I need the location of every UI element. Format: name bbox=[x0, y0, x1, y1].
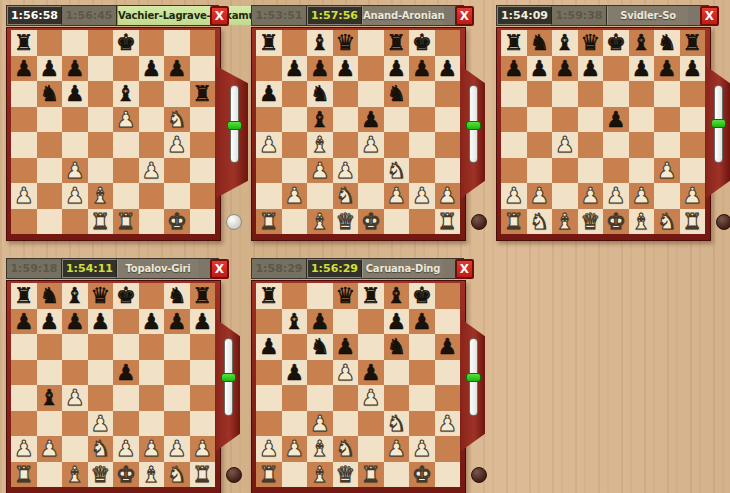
white-pawn-icon[interactable]: ♟ bbox=[335, 158, 355, 183]
black-bishop-icon[interactable]: ♝ bbox=[284, 309, 304, 334]
square-b2[interactable]: ♟ bbox=[282, 183, 308, 209]
square-f5[interactable] bbox=[139, 107, 165, 133]
white-king-icon[interactable]: ♚ bbox=[412, 462, 432, 487]
black-bishop-icon[interactable]: ♝ bbox=[116, 81, 136, 106]
white-pawn-icon[interactable]: ♟ bbox=[65, 385, 85, 410]
close-button[interactable]: X bbox=[455, 259, 474, 279]
square-d7[interactable] bbox=[333, 309, 359, 335]
square-f6[interactable]: ♞ bbox=[384, 81, 410, 107]
black-knight-icon[interactable]: ♞ bbox=[310, 81, 330, 106]
square-c7[interactable]: ♟ bbox=[307, 56, 333, 82]
white-pawn-icon[interactable]: ♟ bbox=[606, 183, 626, 208]
white-bishop-icon[interactable]: ♝ bbox=[310, 462, 330, 487]
square-a7[interactable]: ♟ bbox=[11, 309, 37, 335]
square-d6[interactable] bbox=[578, 81, 604, 107]
black-pawn-icon[interactable]: ♟ bbox=[284, 360, 304, 385]
black-queen-icon[interactable]: ♛ bbox=[580, 30, 600, 55]
square-b7[interactable]: ♟ bbox=[282, 56, 308, 82]
white-pawn-icon[interactable]: ♟ bbox=[580, 183, 600, 208]
square-b8[interactable]: ♞ bbox=[37, 283, 63, 309]
white-pawn-icon[interactable]: ♟ bbox=[386, 436, 406, 461]
square-a7[interactable]: ♟ bbox=[501, 56, 527, 82]
square-e6[interactable]: ♝ bbox=[113, 81, 139, 107]
square-c6[interactable] bbox=[552, 81, 578, 107]
square-f8[interactable] bbox=[139, 283, 165, 309]
black-pawn-icon[interactable]: ♟ bbox=[284, 56, 304, 81]
black-pawn-icon[interactable]: ♟ bbox=[90, 309, 110, 334]
square-c5[interactable] bbox=[552, 107, 578, 133]
square-g8[interactable] bbox=[164, 30, 190, 56]
square-d8[interactable]: ♛ bbox=[333, 30, 359, 56]
white-knight-icon[interactable]: ♞ bbox=[335, 436, 355, 461]
white-pawn-icon[interactable]: ♟ bbox=[39, 436, 59, 461]
square-a8[interactable]: ♜ bbox=[256, 283, 282, 309]
square-g4[interactable] bbox=[164, 385, 190, 411]
square-h8[interactable]: ♜ bbox=[680, 30, 706, 56]
black-bishop-icon[interactable]: ♝ bbox=[555, 30, 575, 55]
square-b6[interactable]: ♞ bbox=[37, 81, 63, 107]
square-g7[interactable]: ♟ bbox=[164, 309, 190, 335]
square-c7[interactable]: ♟ bbox=[307, 309, 333, 335]
square-d7[interactable]: ♟ bbox=[88, 309, 114, 335]
black-pawn-icon[interactable]: ♟ bbox=[504, 56, 524, 81]
square-g2[interactable]: ♟ bbox=[164, 436, 190, 462]
square-h2[interactable]: ♟ bbox=[680, 183, 706, 209]
white-knight-icon[interactable]: ♞ bbox=[167, 107, 187, 132]
square-h3[interactable] bbox=[190, 411, 216, 437]
square-f4[interactable] bbox=[139, 132, 165, 158]
black-bishop-icon[interactable]: ♝ bbox=[39, 385, 59, 410]
square-b7[interactable]: ♟ bbox=[527, 56, 553, 82]
square-b1[interactable] bbox=[282, 462, 308, 488]
square-a2[interactable] bbox=[256, 183, 282, 209]
square-a7[interactable]: ♟ bbox=[11, 56, 37, 82]
square-a1[interactable] bbox=[11, 209, 37, 235]
black-pawn-icon[interactable]: ♟ bbox=[529, 56, 549, 81]
square-d4[interactable] bbox=[333, 132, 359, 158]
square-e5[interactable]: ♟ bbox=[603, 107, 629, 133]
square-h1[interactable] bbox=[190, 209, 216, 235]
square-h4[interactable] bbox=[680, 132, 706, 158]
square-g7[interactable]: ♟ bbox=[409, 56, 435, 82]
square-g1[interactable]: ♞ bbox=[164, 462, 190, 488]
square-h6[interactable]: ♜ bbox=[190, 81, 216, 107]
square-h7[interactable] bbox=[190, 56, 216, 82]
square-g3[interactable] bbox=[409, 158, 435, 184]
black-king-icon[interactable]: ♚ bbox=[412, 283, 432, 308]
square-e4[interactable] bbox=[113, 385, 139, 411]
square-c2[interactable] bbox=[552, 183, 578, 209]
square-c6[interactable] bbox=[62, 334, 88, 360]
black-knight-icon[interactable]: ♞ bbox=[386, 334, 406, 359]
black-knight-icon[interactable]: ♞ bbox=[657, 30, 677, 55]
square-g3[interactable]: ♟ bbox=[654, 158, 680, 184]
square-g7[interactable]: ♟ bbox=[409, 309, 435, 335]
black-rook-icon[interactable]: ♜ bbox=[682, 30, 702, 55]
black-pawn-icon[interactable]: ♟ bbox=[39, 56, 59, 81]
black-pawn-icon[interactable]: ♟ bbox=[141, 56, 161, 81]
square-c8[interactable]: ♝ bbox=[307, 30, 333, 56]
square-a5[interactable] bbox=[11, 107, 37, 133]
square-e4[interactable]: ♟ bbox=[358, 385, 384, 411]
black-pawn-icon[interactable]: ♟ bbox=[657, 56, 677, 81]
black-rook-icon[interactable]: ♜ bbox=[259, 30, 279, 55]
square-b4[interactable] bbox=[37, 132, 63, 158]
black-pawn-icon[interactable]: ♟ bbox=[335, 56, 355, 81]
square-a8[interactable]: ♜ bbox=[11, 30, 37, 56]
eval-slider-track[interactable] bbox=[469, 338, 478, 416]
square-a4[interactable] bbox=[501, 132, 527, 158]
square-h3[interactable] bbox=[680, 158, 706, 184]
square-f5[interactable] bbox=[139, 360, 165, 386]
black-pawn-icon[interactable]: ♟ bbox=[437, 56, 457, 81]
square-a3[interactable] bbox=[11, 411, 37, 437]
white-pawn-icon[interactable]: ♟ bbox=[310, 411, 330, 436]
square-a3[interactable] bbox=[11, 158, 37, 184]
square-e2[interactable] bbox=[358, 183, 384, 209]
black-rook-icon[interactable]: ♜ bbox=[192, 81, 212, 106]
square-e3[interactable] bbox=[603, 158, 629, 184]
square-b3[interactable] bbox=[282, 158, 308, 184]
square-h5[interactable] bbox=[190, 107, 216, 133]
square-d2[interactable]: ♟ bbox=[578, 183, 604, 209]
square-d1[interactable]: ♛ bbox=[333, 209, 359, 235]
black-pawn-icon[interactable]: ♟ bbox=[14, 309, 34, 334]
square-c3[interactable] bbox=[62, 411, 88, 437]
white-pawn-icon[interactable]: ♟ bbox=[192, 436, 212, 461]
square-f2[interactable]: ♟ bbox=[384, 183, 410, 209]
square-a7[interactable] bbox=[256, 309, 282, 335]
white-pawn-icon[interactable]: ♟ bbox=[167, 132, 187, 157]
square-b2[interactable]: ♟ bbox=[37, 436, 63, 462]
square-f6[interactable]: ♞ bbox=[384, 334, 410, 360]
square-f3[interactable] bbox=[139, 411, 165, 437]
square-h2[interactable] bbox=[435, 436, 461, 462]
black-pawn-icon[interactable]: ♟ bbox=[192, 309, 212, 334]
white-knight-icon[interactable]: ♞ bbox=[529, 209, 549, 234]
square-e2[interactable] bbox=[358, 436, 384, 462]
square-d4[interactable] bbox=[578, 132, 604, 158]
square-f8[interactable] bbox=[139, 30, 165, 56]
square-f8[interactable]: ♝ bbox=[629, 30, 655, 56]
square-c3[interactable]: ♟ bbox=[307, 158, 333, 184]
white-pawn-icon[interactable]: ♟ bbox=[116, 436, 136, 461]
white-bishop-icon[interactable]: ♝ bbox=[65, 462, 85, 487]
square-d6[interactable] bbox=[333, 81, 359, 107]
square-c5[interactable] bbox=[62, 360, 88, 386]
square-c7[interactable]: ♟ bbox=[552, 56, 578, 82]
white-rook-icon[interactable]: ♜ bbox=[14, 462, 34, 487]
black-pawn-icon[interactable]: ♟ bbox=[555, 56, 575, 81]
black-rook-icon[interactable]: ♜ bbox=[504, 30, 524, 55]
white-rook-icon[interactable]: ♜ bbox=[361, 462, 381, 487]
square-h6[interactable] bbox=[680, 81, 706, 107]
square-d8[interactable]: ♛ bbox=[333, 283, 359, 309]
white-pawn-icon[interactable]: ♟ bbox=[90, 411, 110, 436]
square-d8[interactable]: ♛ bbox=[88, 283, 114, 309]
white-pawn-icon[interactable]: ♟ bbox=[437, 411, 457, 436]
square-h4[interactable] bbox=[190, 385, 216, 411]
square-a4[interactable] bbox=[256, 385, 282, 411]
square-a5[interactable] bbox=[11, 360, 37, 386]
square-h7[interactable]: ♟ bbox=[435, 56, 461, 82]
square-a6[interactable] bbox=[501, 81, 527, 107]
black-bishop-icon[interactable]: ♝ bbox=[386, 283, 406, 308]
black-bishop-icon[interactable]: ♝ bbox=[65, 283, 85, 308]
square-e2[interactable]: ♟ bbox=[113, 436, 139, 462]
square-a5[interactable] bbox=[256, 360, 282, 386]
square-e6[interactable] bbox=[358, 334, 384, 360]
white-king-icon[interactable]: ♚ bbox=[116, 462, 136, 487]
square-e2[interactable] bbox=[113, 183, 139, 209]
white-bishop-icon[interactable]: ♝ bbox=[631, 209, 651, 234]
square-c4[interactable]: ♝ bbox=[307, 132, 333, 158]
square-b4[interactable] bbox=[282, 132, 308, 158]
square-a4[interactable]: ♟ bbox=[256, 132, 282, 158]
white-pawn-icon[interactable]: ♟ bbox=[529, 183, 549, 208]
square-f2[interactable]: ♟ bbox=[384, 436, 410, 462]
black-pawn-icon[interactable]: ♟ bbox=[259, 334, 279, 359]
board-title[interactable]: Svidler-So bbox=[607, 6, 688, 25]
white-pawn-icon[interactable]: ♟ bbox=[386, 183, 406, 208]
square-a4[interactable] bbox=[11, 132, 37, 158]
black-pawn-icon[interactable]: ♟ bbox=[682, 56, 702, 81]
white-knight-icon[interactable]: ♞ bbox=[657, 209, 677, 234]
square-g6[interactable] bbox=[164, 334, 190, 360]
square-e7[interactable] bbox=[603, 56, 629, 82]
square-d6[interactable] bbox=[88, 334, 114, 360]
square-h1[interactable]: ♜ bbox=[680, 209, 706, 235]
black-pawn-icon[interactable]: ♟ bbox=[412, 309, 432, 334]
board-title[interactable]: Anand-Aronian bbox=[362, 6, 444, 25]
white-pawn-icon[interactable]: ♟ bbox=[259, 436, 279, 461]
square-f7[interactable]: ♟ bbox=[384, 309, 410, 335]
white-pawn-icon[interactable]: ♟ bbox=[631, 183, 651, 208]
square-a2[interactable]: ♟ bbox=[501, 183, 527, 209]
close-button[interactable]: X bbox=[700, 6, 719, 26]
square-g5[interactable] bbox=[409, 360, 435, 386]
square-d8[interactable]: ♛ bbox=[578, 30, 604, 56]
square-c3[interactable]: ♟ bbox=[62, 158, 88, 184]
white-rook-icon[interactable]: ♜ bbox=[116, 209, 136, 234]
white-pawn-icon[interactable]: ♟ bbox=[504, 183, 524, 208]
square-d5[interactable] bbox=[333, 107, 359, 133]
square-c8[interactable]: ♝ bbox=[552, 30, 578, 56]
square-e3[interactable] bbox=[113, 158, 139, 184]
square-d6[interactable] bbox=[88, 81, 114, 107]
square-d7[interactable]: ♟ bbox=[578, 56, 604, 82]
square-b6[interactable] bbox=[282, 334, 308, 360]
square-d2[interactable]: ♝ bbox=[88, 183, 114, 209]
square-c3[interactable] bbox=[552, 158, 578, 184]
square-d5[interactable] bbox=[88, 107, 114, 133]
square-a8[interactable]: ♜ bbox=[11, 283, 37, 309]
square-d6[interactable]: ♟ bbox=[333, 334, 359, 360]
black-pawn-icon[interactable]: ♟ bbox=[631, 56, 651, 81]
eval-slider-track[interactable] bbox=[714, 85, 723, 163]
square-b6[interactable] bbox=[527, 81, 553, 107]
black-pawn-icon[interactable]: ♟ bbox=[65, 56, 85, 81]
black-pawn-icon[interactable]: ♟ bbox=[65, 81, 85, 106]
square-h3[interactable] bbox=[435, 158, 461, 184]
black-pawn-icon[interactable]: ♟ bbox=[335, 334, 355, 359]
white-pawn-icon[interactable]: ♟ bbox=[65, 158, 85, 183]
black-pawn-icon[interactable]: ♟ bbox=[412, 56, 432, 81]
square-f1[interactable] bbox=[384, 462, 410, 488]
square-a6[interactable]: ♟ bbox=[256, 334, 282, 360]
square-f6[interactable] bbox=[629, 81, 655, 107]
close-button[interactable]: X bbox=[455, 6, 474, 26]
square-e4[interactable] bbox=[603, 132, 629, 158]
square-g5[interactable] bbox=[164, 360, 190, 386]
white-pawn-icon[interactable]: ♟ bbox=[412, 183, 432, 208]
black-pawn-icon[interactable]: ♟ bbox=[310, 56, 330, 81]
square-b8[interactable] bbox=[282, 30, 308, 56]
square-b7[interactable]: ♟ bbox=[37, 309, 63, 335]
square-g3[interactable] bbox=[164, 411, 190, 437]
black-pawn-icon[interactable]: ♟ bbox=[310, 309, 330, 334]
black-pawn-icon[interactable]: ♟ bbox=[167, 56, 187, 81]
board-title[interactable]: Caruana-Ding bbox=[362, 259, 443, 278]
black-pawn-icon[interactable]: ♟ bbox=[580, 56, 600, 81]
white-rook-icon[interactable]: ♜ bbox=[90, 209, 110, 234]
square-f3[interactable]: ♞ bbox=[384, 158, 410, 184]
square-f5[interactable] bbox=[384, 360, 410, 386]
white-pawn-icon[interactable]: ♟ bbox=[141, 436, 161, 461]
square-g2[interactable] bbox=[164, 183, 190, 209]
square-d4[interactable] bbox=[333, 385, 359, 411]
square-e8[interactable]: ♚ bbox=[113, 283, 139, 309]
eval-slider-track[interactable] bbox=[224, 338, 233, 416]
white-knight-icon[interactable]: ♞ bbox=[167, 462, 187, 487]
square-a1[interactable]: ♜ bbox=[256, 462, 282, 488]
square-b1[interactable] bbox=[37, 462, 63, 488]
square-c1[interactable]: ♝ bbox=[307, 209, 333, 235]
square-f8[interactable]: ♜ bbox=[384, 30, 410, 56]
black-queen-icon[interactable]: ♛ bbox=[335, 30, 355, 55]
eval-slider-handle[interactable] bbox=[466, 121, 481, 130]
square-f7[interactable]: ♟ bbox=[629, 56, 655, 82]
square-b2[interactable]: ♟ bbox=[527, 183, 553, 209]
square-e7[interactable] bbox=[358, 56, 384, 82]
square-f7[interactable]: ♟ bbox=[139, 309, 165, 335]
square-c5[interactable] bbox=[62, 107, 88, 133]
square-c3[interactable]: ♟ bbox=[307, 411, 333, 437]
black-pawn-icon[interactable]: ♟ bbox=[437, 334, 457, 359]
square-f7[interactable]: ♟ bbox=[384, 56, 410, 82]
square-g4[interactable]: ♟ bbox=[164, 132, 190, 158]
black-knight-icon[interactable]: ♞ bbox=[167, 283, 187, 308]
square-f4[interactable] bbox=[139, 385, 165, 411]
square-d1[interactable]: ♜ bbox=[88, 209, 114, 235]
square-b1[interactable] bbox=[282, 209, 308, 235]
white-bishop-icon[interactable]: ♝ bbox=[310, 209, 330, 234]
white-bishop-icon[interactable]: ♝ bbox=[310, 132, 330, 157]
square-b2[interactable] bbox=[37, 183, 63, 209]
square-g8[interactable]: ♚ bbox=[409, 283, 435, 309]
square-d3[interactable]: ♟ bbox=[333, 158, 359, 184]
white-pawn-icon[interactable]: ♟ bbox=[141, 158, 161, 183]
square-c2[interactable] bbox=[62, 436, 88, 462]
square-f3[interactable] bbox=[629, 158, 655, 184]
black-pawn-icon[interactable]: ♟ bbox=[386, 309, 406, 334]
square-c7[interactable]: ♟ bbox=[62, 309, 88, 335]
square-h5[interactable] bbox=[435, 360, 461, 386]
square-b7[interactable]: ♝ bbox=[282, 309, 308, 335]
square-b6[interactable] bbox=[37, 334, 63, 360]
black-king-icon[interactable]: ♚ bbox=[116, 283, 136, 308]
eval-slider-handle[interactable] bbox=[466, 373, 481, 382]
square-h1[interactable]: ♜ bbox=[435, 209, 461, 235]
black-bishop-icon[interactable]: ♝ bbox=[310, 107, 330, 132]
square-d1[interactable]: ♛ bbox=[578, 209, 604, 235]
square-c2[interactable] bbox=[307, 183, 333, 209]
square-g8[interactable]: ♚ bbox=[409, 30, 435, 56]
white-pawn-icon[interactable]: ♟ bbox=[437, 183, 457, 208]
square-b5[interactable] bbox=[37, 107, 63, 133]
square-b4[interactable]: ♝ bbox=[37, 385, 63, 411]
square-c6[interactable]: ♞ bbox=[307, 81, 333, 107]
square-e2[interactable]: ♟ bbox=[603, 183, 629, 209]
black-pawn-icon[interactable]: ♟ bbox=[386, 56, 406, 81]
square-c4[interactable]: ♟ bbox=[552, 132, 578, 158]
eval-slider-track[interactable] bbox=[230, 85, 239, 163]
square-e4[interactable]: ♟ bbox=[358, 132, 384, 158]
square-d7[interactable] bbox=[88, 56, 114, 82]
square-c5[interactable] bbox=[307, 360, 333, 386]
square-b5[interactable] bbox=[282, 107, 308, 133]
square-a1[interactable]: ♜ bbox=[256, 209, 282, 235]
white-queen-icon[interactable]: ♛ bbox=[90, 462, 110, 487]
black-knight-icon[interactable]: ♞ bbox=[529, 30, 549, 55]
square-c8[interactable] bbox=[307, 283, 333, 309]
square-f8[interactable]: ♝ bbox=[384, 283, 410, 309]
white-pawn-icon[interactable]: ♟ bbox=[657, 158, 677, 183]
eval-slider-track[interactable] bbox=[469, 85, 478, 163]
white-queen-icon[interactable]: ♛ bbox=[580, 209, 600, 234]
square-b4[interactable] bbox=[282, 385, 308, 411]
white-rook-icon[interactable]: ♜ bbox=[682, 209, 702, 234]
square-g4[interactable] bbox=[654, 132, 680, 158]
square-e1[interactable]: ♚ bbox=[113, 462, 139, 488]
square-g3[interactable] bbox=[409, 411, 435, 437]
black-rook-icon[interactable]: ♜ bbox=[386, 30, 406, 55]
square-e6[interactable] bbox=[358, 81, 384, 107]
square-d1[interactable]: ♛ bbox=[333, 462, 359, 488]
white-pawn-icon[interactable]: ♟ bbox=[284, 183, 304, 208]
white-pawn-icon[interactable]: ♟ bbox=[555, 132, 575, 157]
square-f4[interactable] bbox=[384, 385, 410, 411]
black-rook-icon[interactable]: ♜ bbox=[361, 283, 381, 308]
square-c1[interactable]: ♝ bbox=[307, 462, 333, 488]
square-b3[interactable] bbox=[527, 158, 553, 184]
square-e1[interactable]: ♜ bbox=[358, 462, 384, 488]
square-h6[interactable]: ♟ bbox=[435, 334, 461, 360]
square-h1[interactable]: ♜ bbox=[190, 462, 216, 488]
square-e7[interactable] bbox=[113, 309, 139, 335]
black-king-icon[interactable]: ♚ bbox=[412, 30, 432, 55]
square-f1[interactable]: ♝ bbox=[139, 462, 165, 488]
square-g1[interactable]: ♚ bbox=[409, 462, 435, 488]
square-e1[interactable]: ♜ bbox=[113, 209, 139, 235]
square-a7[interactable] bbox=[256, 56, 282, 82]
square-c2[interactable]: ♝ bbox=[307, 436, 333, 462]
square-a4[interactable] bbox=[11, 385, 37, 411]
square-f5[interactable] bbox=[384, 107, 410, 133]
square-e5[interactable]: ♟ bbox=[358, 360, 384, 386]
square-b6[interactable] bbox=[282, 81, 308, 107]
white-knight-icon[interactable]: ♞ bbox=[386, 411, 406, 436]
